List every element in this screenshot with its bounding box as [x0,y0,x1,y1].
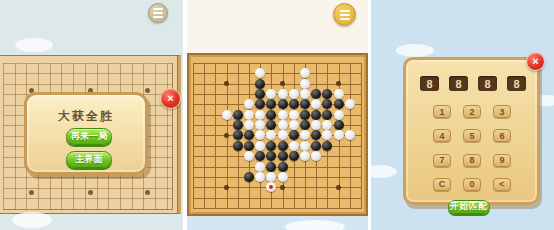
stone-black [289,130,299,140]
stone-black [311,110,321,120]
panel-game [187,0,368,230]
key-C[interactable]: C [433,178,451,191]
code-digit: 8 [449,76,468,91]
stone-white [300,141,310,151]
star-point [145,190,150,195]
key-1[interactable]: 1 [433,105,451,118]
stone-white [278,130,288,140]
stone-white [266,89,276,99]
cloud [396,44,434,57]
stone-white [289,120,299,130]
stone-black [255,79,265,89]
star-point [224,185,229,190]
star-point [224,81,229,86]
key-0[interactable]: 0 [463,178,481,191]
stone-white [266,182,276,192]
star-point [280,185,285,190]
stone-black [233,130,243,140]
close-button[interactable]: × [526,52,545,71]
stone-white [300,151,310,161]
star-point [224,133,229,138]
stone-white [278,172,288,182]
stone-black [311,89,321,99]
stone-white [255,130,265,140]
stone-black [322,99,332,109]
room-code-card: × 8888 123456789C0< [403,57,540,205]
stone-white [255,162,265,172]
cloud [12,212,52,228]
stone-white [278,89,288,99]
stone-white [278,120,288,130]
stone-white [300,130,310,140]
star-point [145,88,150,93]
stone-black [266,141,276,151]
stone-black [278,162,288,172]
menu-button[interactable] [148,3,168,23]
stone-black [322,89,332,99]
stone-white [278,110,288,120]
stone-white [322,130,332,140]
stone-white [255,141,265,151]
key-7[interactable]: 7 [433,154,451,167]
menu-icon [340,10,350,12]
stone-black [266,120,276,130]
stone-black [278,151,288,161]
last-move-marker [269,185,273,189]
star-point [280,81,285,86]
stone-black [289,151,299,161]
dialog-title: 大获全胜 [27,108,145,125]
stone-white [222,110,232,120]
stone-black [322,141,332,151]
stone-black [266,99,276,109]
stone-white [244,110,254,120]
stone-white [255,68,265,78]
stone-white [300,89,310,99]
stone-black [278,99,288,109]
gomoku-board[interactable] [187,53,368,216]
stone-white [300,79,310,89]
stone-white [334,130,344,140]
victory-dialog: × 大获全胜 再来一局 主界面 [24,92,148,175]
menu-icon [153,8,163,10]
code-digit: 8 [478,76,497,91]
stone-black [255,99,265,109]
stone-white [255,172,265,182]
stone-black [244,172,254,182]
stone-black [266,110,276,120]
code-digit: 8 [507,76,526,91]
stone-white [334,89,344,99]
stone-black [266,151,276,161]
main-menu-button[interactable]: 主界面 [66,151,112,168]
start-match-button[interactable]: 开始匹配 [448,200,490,214]
cloud [371,165,397,178]
stone-white [311,99,321,109]
key-6[interactable]: 6 [493,129,511,142]
star-point [336,81,341,86]
stone-white [255,110,265,120]
board-grid [193,63,362,209]
key-3[interactable]: 3 [493,105,511,118]
play-again-button[interactable]: 再来一局 [66,128,112,145]
sky-strip [187,216,368,230]
panel-victory: × 大获全胜 再来一局 主界面 [0,0,183,230]
stone-black [300,110,310,120]
app-screenshots-strip: × 大获全胜 再来一局 主界面 × 8888 123456789C0< 开始匹配 [0,0,554,230]
stone-white [300,68,310,78]
key-9[interactable]: 9 [493,154,511,167]
stone-black [255,89,265,99]
stone-white [266,130,276,140]
stone-white [311,120,321,130]
menu-button[interactable] [333,3,356,26]
close-button[interactable]: × [160,88,181,109]
stone-black [289,99,299,109]
cloud [285,220,345,230]
stone-white [345,130,355,140]
stone-black [255,151,265,161]
stone-white [311,151,321,161]
stone-white [345,99,355,109]
stone-white [289,141,299,151]
stone-black [322,110,332,120]
stone-black [233,141,243,151]
stone-black [311,130,321,140]
star-point [88,190,93,195]
stone-white [244,120,254,130]
stone-white [334,110,344,120]
stone-black [266,162,276,172]
stone-white [255,120,265,130]
stone-black [233,120,243,130]
stone-white [289,110,299,120]
stone-white [244,151,254,161]
stone-white [266,172,276,182]
star-point [336,185,341,190]
stone-white [289,89,299,99]
star-point [29,190,34,195]
key-5[interactable]: 5 [463,129,481,142]
cloud [15,38,53,52]
stone-black [233,110,243,120]
stone-black [334,120,344,130]
stone-black [300,120,310,130]
key-8[interactable]: 8 [463,154,481,167]
code-digit: 8 [420,76,439,91]
stone-black [334,99,344,109]
stone-black [278,141,288,151]
key-2[interactable]: 2 [463,105,481,118]
stone-black [244,130,254,140]
stone-black [244,141,254,151]
key-<[interactable]: < [493,178,511,191]
stone-black [300,99,310,109]
stone-black [311,141,321,151]
stone-white [322,120,332,130]
stone-white [244,99,254,109]
key-4[interactable]: 4 [433,129,451,142]
panel-matching: × 8888 123456789C0< 开始匹配 [371,0,554,230]
